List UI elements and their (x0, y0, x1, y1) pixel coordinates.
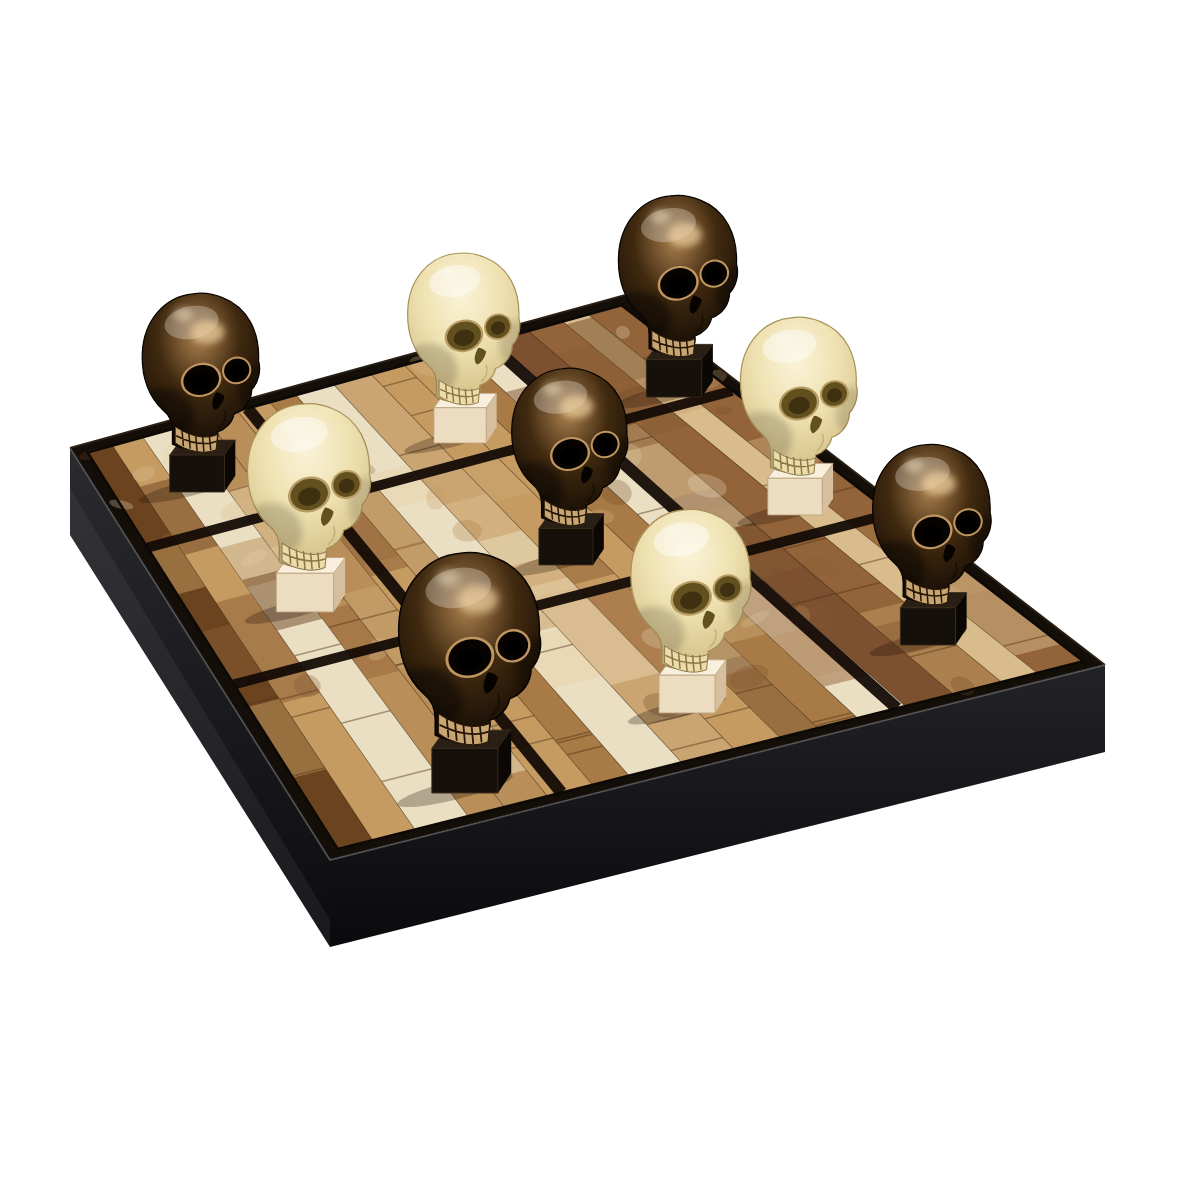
skull-tictactoe-scene (0, 0, 1200, 1200)
product-photo-stage (0, 0, 1200, 1200)
skull-tictactoe-photo (0, 0, 1200, 1200)
